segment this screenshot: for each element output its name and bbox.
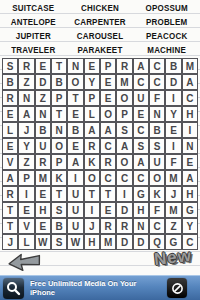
grid-cell-r7c4[interactable]: P xyxy=(51,154,67,170)
grid-cell-r9c5[interactable]: U xyxy=(67,186,83,202)
grid-cell-r5c2[interactable]: J xyxy=(18,122,34,138)
word-list-item: CHICKEN xyxy=(81,3,119,13)
grid-cell-r4c3[interactable]: N xyxy=(35,106,51,122)
grid-cell-r5c7[interactable]: A xyxy=(100,122,116,138)
grid-cell-r5c10[interactable]: B xyxy=(149,122,165,138)
grid-cell-r11c5[interactable]: U xyxy=(67,218,83,234)
grid-cell-r11c10[interactable]: C xyxy=(149,218,165,234)
grid-cell-r6c9[interactable]: S xyxy=(133,138,149,154)
grid-cell-r12c9[interactable]: D xyxy=(133,234,149,250)
grid-cell-r9c6[interactable]: T xyxy=(84,186,100,202)
grid-cell-r7c11[interactable]: F xyxy=(165,154,181,170)
grid-cell-r8c4[interactable]: K xyxy=(51,170,67,186)
grid-cell-r11c4[interactable]: B xyxy=(51,218,67,234)
grid-cell-r7c2[interactable]: Z xyxy=(18,154,34,170)
word-list-item: PARAKEET xyxy=(77,45,122,55)
grid-cell-r12c10[interactable]: Q xyxy=(149,234,165,250)
grid-cell-r5c4[interactable]: N xyxy=(51,122,67,138)
grid-cell-r11c2[interactable]: V xyxy=(18,218,34,234)
back-button[interactable] xyxy=(8,252,44,272)
word-list-item: PEACOCK xyxy=(146,31,187,41)
grid-cell-r12c3[interactable]: W xyxy=(35,234,51,250)
grid-cell-r8c1[interactable]: A xyxy=(2,170,18,186)
grid-cell-r4c6[interactable]: L xyxy=(84,106,100,122)
grid-cell-r1c7[interactable]: P xyxy=(100,58,116,74)
grid-cell-r8c12[interactable]: A xyxy=(182,170,198,186)
grid-cell-r4c12[interactable]: H xyxy=(182,106,198,122)
grid-cell-r8c11[interactable]: M xyxy=(165,170,181,186)
grid-cell-r3c12[interactable]: C xyxy=(182,90,198,106)
grid-cell-r4c8[interactable]: P xyxy=(116,106,132,122)
grid-cell-r3c5[interactable]: T xyxy=(67,90,83,106)
grid-cell-r6c5[interactable]: E xyxy=(67,138,83,154)
grid-cell-r3c8[interactable]: O xyxy=(116,90,132,106)
word-list-item: CARPENTER xyxy=(74,17,126,27)
grid-cell-r2c11[interactable]: D xyxy=(165,74,181,90)
grid-cell-r9c11[interactable]: J xyxy=(165,186,181,202)
word-list-item: OPOSSUM xyxy=(146,3,188,13)
grid-cell-r10c1[interactable]: T xyxy=(2,202,18,218)
grid-cell-r6c4[interactable]: O xyxy=(51,138,67,154)
grid-cell-r7c7[interactable]: R xyxy=(100,154,116,170)
word-list-item: SUITCASE xyxy=(12,3,54,13)
grid-cell-r10c2[interactable]: E xyxy=(18,202,34,218)
grid-cell-r2c3[interactable]: D xyxy=(35,74,51,90)
new-puzzle-button[interactable]: New xyxy=(153,246,193,270)
ad-app-icon xyxy=(3,278,24,299)
grid-cell-r4c4[interactable]: T xyxy=(51,106,67,122)
grid-cell-r8c5[interactable]: I xyxy=(67,170,83,186)
grid-cell-r6c12[interactable]: N xyxy=(182,138,198,154)
grid-cell-r1c2[interactable]: R xyxy=(18,58,34,74)
grid-cell-r3c9[interactable]: U xyxy=(133,90,149,106)
circle-slash-icon xyxy=(171,282,184,295)
grid-cell-r5c12[interactable]: I xyxy=(182,122,198,138)
word-list: SUITCASECHICKENOPOSSUMANTELOPECARPENTERP… xyxy=(0,0,200,58)
grid-cell-r7c1[interactable]: V xyxy=(2,154,18,170)
grid-cell-r6c11[interactable]: I xyxy=(165,138,181,154)
grid-cell-r3c10[interactable]: F xyxy=(149,90,165,106)
grid-cell-r11c3[interactable]: E xyxy=(35,218,51,234)
grid-cell-r2c7[interactable]: E xyxy=(100,74,116,90)
grid-cell-r2c6[interactable]: Y xyxy=(84,74,100,90)
grid-cell-r5c3[interactable]: B xyxy=(35,122,51,138)
grid-cell-r10c3[interactable]: H xyxy=(35,202,51,218)
grid-cell-r5c5[interactable]: B xyxy=(67,122,83,138)
grid-cell-r5c8[interactable]: S xyxy=(116,122,132,138)
grid-cell-r11c12[interactable]: Y xyxy=(182,218,198,234)
ad-close-button[interactable] xyxy=(167,278,187,298)
grid-cell-r1c10[interactable]: C xyxy=(149,58,165,74)
grid-cell-r4c11[interactable]: Y xyxy=(165,106,181,122)
grid-cell-r1c1[interactable]: S xyxy=(2,58,18,74)
grid-cell-r1c8[interactable]: R xyxy=(116,58,132,74)
grid-cell-r10c4[interactable]: S xyxy=(51,202,67,218)
grid-cell-r8c7[interactable]: C xyxy=(100,170,116,186)
grid-cell-r4c5[interactable]: E xyxy=(67,106,83,122)
word-search-app: SUITCASECHICKENOPOSSUMANTELOPECARPENTERP… xyxy=(0,0,200,300)
grid-cell-r4c1[interactable]: E xyxy=(2,106,18,122)
grid-cell-r9c3[interactable]: E xyxy=(35,186,51,202)
grid-cell-r7c10[interactable]: U xyxy=(149,154,165,170)
grid-cell-r7c6[interactable]: K xyxy=(84,154,100,170)
grid-cell-r1c3[interactable]: E xyxy=(35,58,51,74)
grid-cell-r11c7[interactable]: R xyxy=(100,218,116,234)
grid-cell-r12c2[interactable]: L xyxy=(18,234,34,250)
grid-cell-r6c8[interactable]: A xyxy=(116,138,132,154)
grid-cell-r1c12[interactable]: M xyxy=(182,58,198,74)
grid-cell-r6c1[interactable]: E xyxy=(2,138,18,154)
word-list-item: PROBLEM xyxy=(146,17,187,27)
grid-cell-r2c1[interactable]: B xyxy=(2,74,18,90)
grid-cell-r11c6[interactable]: J xyxy=(84,218,100,234)
grid-cell-r2c10[interactable]: C xyxy=(149,74,165,90)
grid-cell-r8c6[interactable]: O xyxy=(84,170,100,186)
grid-cell-r5c9[interactable]: C xyxy=(133,122,149,138)
grid-cell-r6c6[interactable]: R xyxy=(84,138,100,154)
grid-cell-r4c2[interactable]: A xyxy=(18,106,34,122)
grid-cell-r1c11[interactable]: B xyxy=(165,58,181,74)
grid-cell-r12c5[interactable]: W xyxy=(67,234,83,250)
grid-cell-r11c9[interactable]: N xyxy=(133,218,149,234)
grid-cell-r10c6[interactable]: I xyxy=(84,202,100,218)
footer-bar: New xyxy=(0,250,200,275)
grid-cell-r10c11[interactable]: M xyxy=(165,202,181,218)
grid-cell-r3c11[interactable]: I xyxy=(165,90,181,106)
left-arrow-icon xyxy=(7,250,45,274)
grid-cell-r2c2[interactable]: Z xyxy=(18,74,34,90)
grid-cell-r9c2[interactable]: I xyxy=(18,186,34,202)
grid-cell-r11c11[interactable]: Z xyxy=(165,218,181,234)
ad-text: Free Unlimited Media On Your iPhone xyxy=(30,279,136,297)
grid-cell-r10c9[interactable]: H xyxy=(133,202,149,218)
grid-cell-r3c7[interactable]: E xyxy=(100,90,116,106)
word-list-item: MACHINE xyxy=(147,45,186,55)
grid-cell-r10c8[interactable]: D xyxy=(116,202,132,218)
grid-cell-r12c8[interactable]: D xyxy=(116,234,132,250)
grid-cell-r3c1[interactable]: R xyxy=(2,90,18,106)
grid-cell-r2c4[interactable]: B xyxy=(51,74,67,90)
grid-cell-r11c1[interactable]: T xyxy=(2,218,18,234)
grid-cell-r3c4[interactable]: P xyxy=(51,90,67,106)
grid-cell-r6c3[interactable]: U xyxy=(35,138,51,154)
grid-cell-r2c8[interactable]: M xyxy=(116,74,132,90)
grid-cell-r6c2[interactable]: Y xyxy=(18,138,34,154)
grid-cell-r12c1[interactable]: J xyxy=(2,234,18,250)
grid-cell-r12c4[interactable]: S xyxy=(51,234,67,250)
grid-cell-r9c4[interactable]: T xyxy=(51,186,67,202)
grid-cell-r9c10[interactable]: K xyxy=(149,186,165,202)
word-list-item: ANTELOPE xyxy=(11,17,56,27)
grid-cell-r8c8[interactable]: C xyxy=(116,170,132,186)
grid-cell-r8c9[interactable]: C xyxy=(133,170,149,186)
grid-cell-r3c6[interactable]: P xyxy=(84,90,100,106)
grid-cell-r5c6[interactable]: A xyxy=(84,122,100,138)
grid-cell-r1c4[interactable]: T xyxy=(51,58,67,74)
grid-cell-r3c3[interactable]: Z xyxy=(35,90,51,106)
ad-line2: iPhone xyxy=(30,288,136,297)
grid-cell-r9c7[interactable]: T xyxy=(100,186,116,202)
grid-cell-r2c5[interactable]: O xyxy=(67,74,83,90)
grid-cell-r7c9[interactable]: A xyxy=(133,154,149,170)
grid-cell-r10c10[interactable]: F xyxy=(149,202,165,218)
grid-cell-r2c12[interactable]: A xyxy=(182,74,198,90)
grid-cell-r8c3[interactable]: M xyxy=(35,170,51,186)
grid-cell-r10c12[interactable]: G xyxy=(182,202,198,218)
grid-cell-r8c10[interactable]: O xyxy=(149,170,165,186)
grid-cell-r2c9[interactable]: C xyxy=(133,74,149,90)
grid-cell-r9c12[interactable]: H xyxy=(182,186,198,202)
grid-cell-r4c9[interactable]: E xyxy=(133,106,149,122)
grid-cell-r9c1[interactable]: R xyxy=(2,186,18,202)
grid-cell-r3c2[interactable]: N xyxy=(18,90,34,106)
grid-cell-r7c3[interactable]: R xyxy=(35,154,51,170)
grid-cell-r7c5[interactable]: A xyxy=(67,154,83,170)
grid-cell-r5c1[interactable]: L xyxy=(2,122,18,138)
grid-cell-r12c6[interactable]: H xyxy=(84,234,100,250)
ad-banner[interactable]: Free Unlimited Media On Your iPhone xyxy=(0,275,200,300)
grid-cell-r7c12[interactable]: E xyxy=(182,154,198,170)
grid-cell-r5c11[interactable]: E xyxy=(165,122,181,138)
grid-cell-r9c8[interactable]: I xyxy=(116,186,132,202)
grid-cell-r1c9[interactable]: A xyxy=(133,58,149,74)
grid-cell-r4c7[interactable]: O xyxy=(100,106,116,122)
grid-cell-r6c7[interactable]: C xyxy=(100,138,116,154)
grid-cell-r8c2[interactable]: P xyxy=(18,170,34,186)
grid-cell-r1c6[interactable]: E xyxy=(84,58,100,74)
grid-cell-r11c8[interactable]: R xyxy=(116,218,132,234)
word-list-item: JUPITER xyxy=(16,31,51,41)
grid-cell-r4c10[interactable]: N xyxy=(149,106,165,122)
grid-cell-r10c5[interactable]: U xyxy=(67,202,83,218)
grid-cell-r12c7[interactable]: M xyxy=(100,234,116,250)
grid-cell-r1c5[interactable]: N xyxy=(67,58,83,74)
ad-line1: Free Unlimited Media On Your xyxy=(30,279,136,288)
magnifier-icon xyxy=(6,281,21,296)
grid-cell-r6c10[interactable]: S xyxy=(149,138,165,154)
letter-grid: SRETNEPRACBMBZDBOYEMCCDARNZPTPEOUFICEANT… xyxy=(2,58,198,250)
grid-cell-r7c8[interactable]: O xyxy=(116,154,132,170)
word-list-item: TRAVELER xyxy=(11,45,55,55)
grid-cell-r10c7[interactable]: E xyxy=(100,202,116,218)
word-list-item: CAROUSEL xyxy=(77,31,124,41)
grid-cell-r9c9[interactable]: G xyxy=(133,186,149,202)
